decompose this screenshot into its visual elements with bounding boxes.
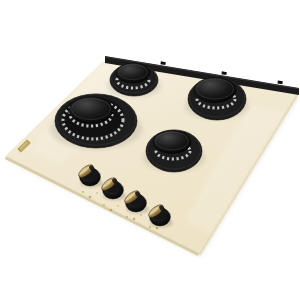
product-photo [0, 0, 300, 300]
gas-hob-photo-canvas [0, 0, 300, 300]
